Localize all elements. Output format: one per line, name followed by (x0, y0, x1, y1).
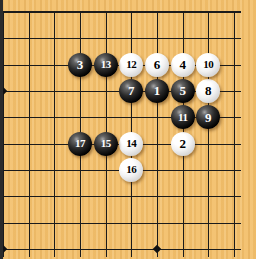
star-point-K10 (153, 245, 161, 253)
stone-move-number: 8 (205, 84, 212, 97)
stone-black-11-L15[interactable]: 11 (171, 105, 195, 129)
stone-move-number: 3 (77, 58, 84, 71)
stone-move-number: 7 (128, 84, 135, 97)
grid-vline (208, 12, 209, 257)
board-top-edge-line (0, 11, 241, 13)
stone-move-number: 14 (126, 138, 136, 149)
stone-move-number: 4 (179, 58, 186, 71)
stone-move-number: 5 (179, 84, 186, 97)
grid-vline (157, 12, 158, 257)
stone-move-number: 10 (203, 59, 213, 70)
stone-white-2-L14[interactable]: 2 (171, 132, 195, 156)
stone-black-3-G17[interactable]: 3 (68, 53, 92, 77)
grid-vline (3, 12, 4, 257)
stone-black-13-H17[interactable]: 13 (94, 53, 118, 77)
grid-hline (0, 249, 241, 250)
grid-hline (0, 223, 241, 224)
grid-hline (0, 196, 241, 197)
window-right-border (0, 0, 3, 259)
stone-white-4-L17[interactable]: 4 (171, 53, 195, 77)
stone-move-number: 16 (126, 164, 136, 175)
stone-white-12-J17[interactable]: 12 (119, 53, 143, 77)
grid-hline (0, 38, 241, 39)
stone-black-17-G14[interactable]: 17 (68, 132, 92, 156)
stone-black-1-K16[interactable]: 1 (145, 79, 169, 103)
stone-move-number: 12 (126, 59, 136, 70)
go-board-screenshot: 1234567891011121314151617 (0, 0, 256, 259)
stone-move-number: 2 (179, 137, 186, 150)
grid-vline (234, 12, 235, 257)
stone-white-16-J13[interactable]: 16 (119, 158, 143, 182)
stone-white-14-J14[interactable]: 14 (119, 132, 143, 156)
stone-move-number: 9 (205, 111, 212, 124)
stone-move-number: 17 (75, 138, 85, 149)
stone-white-6-K17[interactable]: 6 (145, 53, 169, 77)
stone-move-number: 13 (101, 59, 111, 70)
grid-vline (54, 12, 55, 257)
stone-move-number: 1 (154, 84, 161, 97)
stone-move-number: 15 (101, 138, 111, 149)
stone-white-10-M17[interactable]: 10 (196, 53, 220, 77)
stone-black-7-J16[interactable]: 7 (119, 79, 143, 103)
stone-black-15-H14[interactable]: 15 (94, 132, 118, 156)
stone-white-8-M16[interactable]: 8 (196, 79, 220, 103)
grid-vline (29, 12, 30, 257)
stone-black-9-M15[interactable]: 9 (196, 105, 220, 129)
stone-black-5-L16[interactable]: 5 (171, 79, 195, 103)
stone-move-number: 6 (154, 58, 161, 71)
stone-move-number: 11 (178, 112, 187, 123)
